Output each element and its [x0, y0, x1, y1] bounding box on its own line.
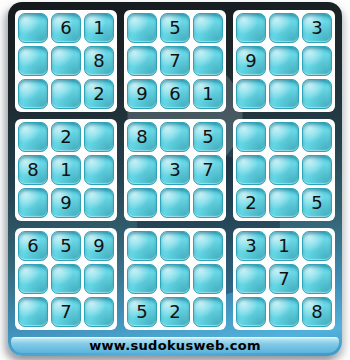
box-3-1: 6597 — [15, 228, 117, 330]
cell-r8c4-empty[interactable] — [127, 264, 157, 294]
box-2-3: 25 — [233, 119, 335, 221]
cell-r9c4-given[interactable]: 5 — [127, 297, 157, 327]
cell-r6c9-given[interactable]: 5 — [302, 188, 332, 218]
cell-r9c3-empty[interactable] — [84, 297, 114, 327]
cell-r6c5-empty[interactable] — [160, 188, 190, 218]
cell-r9c7-empty[interactable] — [236, 297, 266, 327]
cell-r5c1-given[interactable]: 8 — [18, 155, 48, 185]
cell-r5c7-empty[interactable] — [236, 155, 266, 185]
cell-r8c6-empty[interactable] — [193, 264, 223, 294]
cell-r8c7-empty[interactable] — [236, 264, 266, 294]
cell-r7c5-empty[interactable] — [160, 231, 190, 261]
cell-r4c9-empty[interactable] — [302, 122, 332, 152]
cell-r6c2-given[interactable]: 9 — [51, 188, 81, 218]
cell-r2c4-empty[interactable] — [127, 46, 157, 76]
cell-r3c9-empty[interactable] — [302, 79, 332, 109]
cell-r2c3-given[interactable]: 8 — [84, 46, 114, 76]
cell-r9c1-empty[interactable] — [18, 297, 48, 327]
cell-r1c3-given[interactable]: 1 — [84, 13, 114, 43]
cell-r4c2-given[interactable]: 2 — [51, 122, 81, 152]
cell-r8c8-given[interactable]: 7 — [269, 264, 299, 294]
cell-r5c6-given[interactable]: 7 — [193, 155, 223, 185]
cell-r2c6-empty[interactable] — [193, 46, 223, 76]
cell-r6c4-empty[interactable] — [127, 188, 157, 218]
sudoku-board-frame: 6182579613928198537256597523178 www.sudo… — [8, 2, 342, 356]
cell-r1c8-empty[interactable] — [269, 13, 299, 43]
cell-r6c7-given[interactable]: 2 — [236, 188, 266, 218]
cell-r8c1-empty[interactable] — [18, 264, 48, 294]
cell-r7c1-given[interactable]: 6 — [18, 231, 48, 261]
cell-r7c7-given[interactable]: 3 — [236, 231, 266, 261]
cell-r5c5-given[interactable]: 3 — [160, 155, 190, 185]
cell-r8c9-empty[interactable] — [302, 264, 332, 294]
cell-r4c8-empty[interactable] — [269, 122, 299, 152]
cell-r4c5-empty[interactable] — [160, 122, 190, 152]
cell-r7c9-empty[interactable] — [302, 231, 332, 261]
box-2-1: 2819 — [15, 119, 117, 221]
cell-r8c2-empty[interactable] — [51, 264, 81, 294]
cell-r2c7-given[interactable]: 9 — [236, 46, 266, 76]
cell-r2c1-empty[interactable] — [18, 46, 48, 76]
cell-r3c1-empty[interactable] — [18, 79, 48, 109]
cell-r1c2-given[interactable]: 6 — [51, 13, 81, 43]
cell-r1c4-empty[interactable] — [127, 13, 157, 43]
cell-r5c9-empty[interactable] — [302, 155, 332, 185]
cell-r2c5-given[interactable]: 7 — [160, 46, 190, 76]
cell-r9c5-given[interactable]: 2 — [160, 297, 190, 327]
cell-r3c8-empty[interactable] — [269, 79, 299, 109]
cell-r7c4-empty[interactable] — [127, 231, 157, 261]
cell-r5c8-empty[interactable] — [269, 155, 299, 185]
cell-r4c7-empty[interactable] — [236, 122, 266, 152]
cell-r2c9-empty[interactable] — [302, 46, 332, 76]
cell-r5c2-given[interactable]: 1 — [51, 155, 81, 185]
cell-r8c5-empty[interactable] — [160, 264, 190, 294]
cell-r9c6-empty[interactable] — [193, 297, 223, 327]
cell-r3c2-empty[interactable] — [51, 79, 81, 109]
cell-r1c1-empty[interactable] — [18, 13, 48, 43]
box-1-1: 6182 — [15, 10, 117, 112]
cell-r4c6-given[interactable]: 5 — [193, 122, 223, 152]
cell-r3c5-given[interactable]: 6 — [160, 79, 190, 109]
cell-r3c4-given[interactable]: 9 — [127, 79, 157, 109]
sudoku-board: 6182579613928198537256597523178 — [8, 2, 342, 335]
cell-r1c7-empty[interactable] — [236, 13, 266, 43]
cell-r1c6-empty[interactable] — [193, 13, 223, 43]
cell-r3c3-given[interactable]: 2 — [84, 79, 114, 109]
cell-r7c8-given[interactable]: 1 — [269, 231, 299, 261]
cell-r2c2-empty[interactable] — [51, 46, 81, 76]
cell-r8c3-empty[interactable] — [84, 264, 114, 294]
cell-r4c3-empty[interactable] — [84, 122, 114, 152]
cell-r4c1-empty[interactable] — [18, 122, 48, 152]
cell-r4c4-given[interactable]: 8 — [127, 122, 157, 152]
cell-r3c6-given[interactable]: 1 — [193, 79, 223, 109]
cell-r5c3-empty[interactable] — [84, 155, 114, 185]
cell-r9c2-given[interactable]: 7 — [51, 297, 81, 327]
cell-r7c2-given[interactable]: 5 — [51, 231, 81, 261]
cell-r6c6-empty[interactable] — [193, 188, 223, 218]
cell-r1c5-given[interactable]: 5 — [160, 13, 190, 43]
cell-r5c4-empty[interactable] — [127, 155, 157, 185]
box-2-2: 8537 — [124, 119, 226, 221]
cell-r1c9-given[interactable]: 3 — [302, 13, 332, 43]
cell-r6c3-empty[interactable] — [84, 188, 114, 218]
cell-r7c3-given[interactable]: 9 — [84, 231, 114, 261]
cell-r6c8-empty[interactable] — [269, 188, 299, 218]
cell-r3c7-empty[interactable] — [236, 79, 266, 109]
cell-r2c8-empty[interactable] — [269, 46, 299, 76]
cell-r6c1-empty[interactable] — [18, 188, 48, 218]
cell-r9c9-given[interactable]: 8 — [302, 297, 332, 327]
box-1-2: 57961 — [124, 10, 226, 112]
website-link[interactable]: www.sudokusweb.com — [89, 338, 261, 353]
box-3-3: 3178 — [233, 228, 335, 330]
box-3-2: 52 — [124, 228, 226, 330]
cell-r7c6-empty[interactable] — [193, 231, 223, 261]
footer-bar: www.sudokusweb.com — [11, 337, 339, 353]
cell-r9c8-empty[interactable] — [269, 297, 299, 327]
box-1-3: 39 — [233, 10, 335, 112]
